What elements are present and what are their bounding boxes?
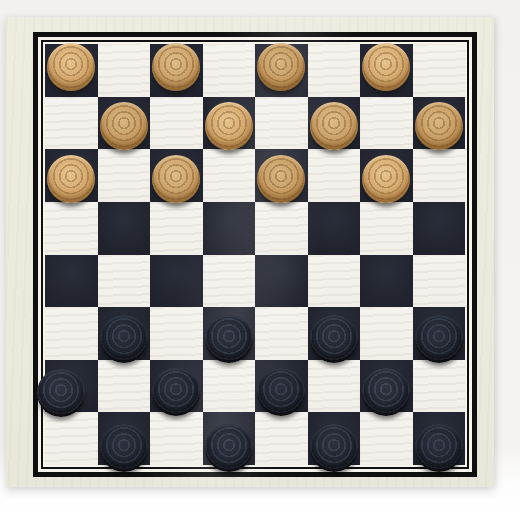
square-r8c3 bbox=[150, 412, 203, 465]
square-r1c1[interactable] bbox=[45, 44, 98, 97]
board-grid bbox=[45, 44, 465, 465]
light-piece[interactable] bbox=[205, 102, 253, 150]
board-frame bbox=[33, 32, 477, 477]
square-r2c8[interactable] bbox=[413, 97, 466, 150]
square-r3c7[interactable] bbox=[360, 149, 413, 202]
square-r2c1 bbox=[45, 97, 98, 150]
square-r6c2[interactable] bbox=[98, 307, 151, 360]
square-r6c3 bbox=[150, 307, 203, 360]
square-r8c4[interactable] bbox=[203, 412, 256, 465]
square-r4c1 bbox=[45, 202, 98, 255]
square-r4c2[interactable] bbox=[98, 202, 151, 255]
square-r2c6[interactable] bbox=[308, 97, 361, 150]
square-r1c5[interactable] bbox=[255, 44, 308, 97]
square-r7c5[interactable] bbox=[255, 360, 308, 413]
light-piece[interactable] bbox=[310, 102, 358, 150]
square-r2c4[interactable] bbox=[203, 97, 256, 150]
square-r5c6 bbox=[308, 255, 361, 308]
square-r6c5 bbox=[255, 307, 308, 360]
light-piece[interactable] bbox=[257, 155, 305, 203]
square-r8c7 bbox=[360, 412, 413, 465]
square-r8c1 bbox=[45, 412, 98, 465]
square-r8c8[interactable] bbox=[413, 412, 466, 465]
light-piece[interactable] bbox=[100, 102, 148, 150]
square-r7c2 bbox=[98, 360, 151, 413]
square-r2c7 bbox=[360, 97, 413, 150]
square-r3c3[interactable] bbox=[150, 149, 203, 202]
light-piece[interactable] bbox=[362, 155, 410, 203]
dark-piece[interactable] bbox=[257, 368, 305, 416]
light-piece[interactable] bbox=[152, 155, 200, 203]
light-piece[interactable] bbox=[362, 43, 410, 91]
light-piece[interactable] bbox=[47, 43, 95, 91]
square-r1c2 bbox=[98, 44, 151, 97]
square-r3c5[interactable] bbox=[255, 149, 308, 202]
dark-piece[interactable] bbox=[415, 424, 463, 472]
dark-piece[interactable] bbox=[100, 315, 148, 363]
light-piece[interactable] bbox=[152, 43, 200, 91]
dark-piece[interactable] bbox=[362, 368, 410, 416]
dark-piece[interactable] bbox=[152, 368, 200, 416]
square-r2c2[interactable] bbox=[98, 97, 151, 150]
square-r8c6[interactable] bbox=[308, 412, 361, 465]
square-r2c5 bbox=[255, 97, 308, 150]
light-piece[interactable] bbox=[257, 43, 305, 91]
square-r6c1 bbox=[45, 307, 98, 360]
square-r6c4[interactable] bbox=[203, 307, 256, 360]
square-r3c2 bbox=[98, 149, 151, 202]
light-piece[interactable] bbox=[415, 102, 463, 150]
square-r6c6[interactable] bbox=[308, 307, 361, 360]
square-r8c2[interactable] bbox=[98, 412, 151, 465]
square-r3c1[interactable] bbox=[45, 149, 98, 202]
square-r7c3[interactable] bbox=[150, 360, 203, 413]
square-r1c7[interactable] bbox=[360, 44, 413, 97]
square-r4c6[interactable] bbox=[308, 202, 361, 255]
dark-piece[interactable] bbox=[205, 424, 253, 472]
square-r5c8 bbox=[413, 255, 466, 308]
square-r6c8[interactable] bbox=[413, 307, 466, 360]
dark-piece[interactable] bbox=[205, 315, 253, 363]
square-r1c6 bbox=[308, 44, 361, 97]
square-r7c8 bbox=[413, 360, 466, 413]
square-r7c7[interactable] bbox=[360, 360, 413, 413]
dark-piece[interactable] bbox=[310, 424, 358, 472]
square-r3c8 bbox=[413, 149, 466, 202]
square-r4c4[interactable] bbox=[203, 202, 256, 255]
square-r5c4 bbox=[203, 255, 256, 308]
square-r4c8[interactable] bbox=[413, 202, 466, 255]
square-r1c3[interactable] bbox=[150, 44, 203, 97]
photo-background bbox=[0, 0, 520, 520]
square-r7c4 bbox=[203, 360, 256, 413]
square-r5c5[interactable] bbox=[255, 255, 308, 308]
dark-piece[interactable] bbox=[415, 315, 463, 363]
square-r5c7[interactable] bbox=[360, 255, 413, 308]
light-piece[interactable] bbox=[47, 155, 95, 203]
square-r1c4 bbox=[203, 44, 256, 97]
square-r8c5 bbox=[255, 412, 308, 465]
board-inner-border bbox=[41, 40, 469, 469]
square-r2c3 bbox=[150, 97, 203, 150]
square-r3c6 bbox=[308, 149, 361, 202]
board-mat bbox=[6, 17, 494, 487]
square-r5c2 bbox=[98, 255, 151, 308]
square-r3c4 bbox=[203, 149, 256, 202]
square-r4c5 bbox=[255, 202, 308, 255]
dark-piece[interactable] bbox=[37, 369, 85, 417]
square-r7c1[interactable] bbox=[45, 360, 98, 413]
square-r5c1[interactable] bbox=[45, 255, 98, 308]
square-r4c7 bbox=[360, 202, 413, 255]
square-r6c7 bbox=[360, 307, 413, 360]
dark-piece[interactable] bbox=[100, 424, 148, 472]
square-r7c6 bbox=[308, 360, 361, 413]
square-r1c8 bbox=[413, 44, 466, 97]
dark-piece[interactable] bbox=[310, 315, 358, 363]
square-r4c3 bbox=[150, 202, 203, 255]
square-r5c3[interactable] bbox=[150, 255, 203, 308]
